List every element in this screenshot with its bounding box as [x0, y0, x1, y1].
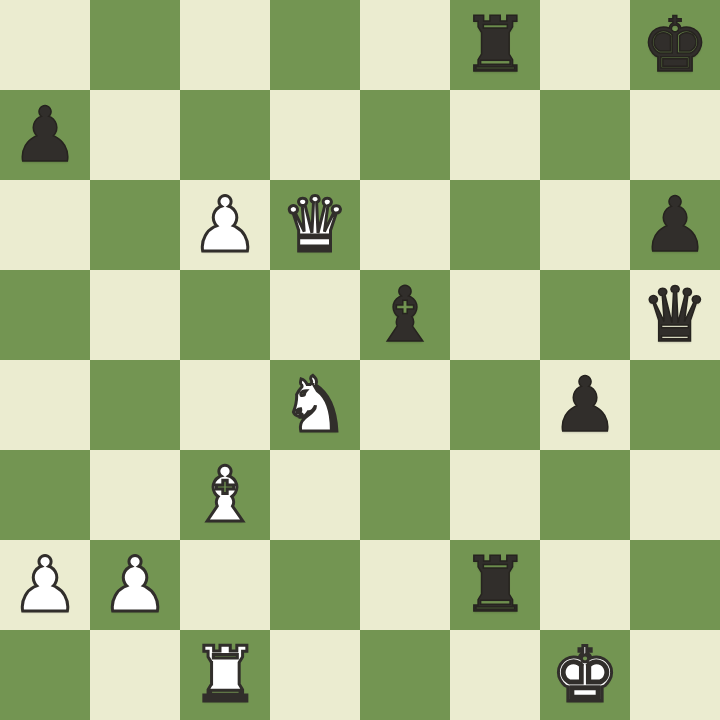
piece-white-pawn-b2[interactable]: ♟ — [101, 540, 169, 630]
square-c8[interactable] — [180, 0, 270, 90]
chess-board: ♜♚♟♟♛♟♝♛♞♟♝♟♟♜♜♚ — [0, 0, 720, 720]
square-h7[interactable] — [630, 90, 720, 180]
square-d2[interactable] — [270, 540, 360, 630]
square-a7[interactable]: ♟ — [0, 90, 90, 180]
square-d6[interactable]: ♛ — [270, 180, 360, 270]
square-e4[interactable] — [360, 360, 450, 450]
piece-black-pawn-h6[interactable]: ♟ — [641, 180, 709, 270]
square-g4[interactable]: ♟ — [540, 360, 630, 450]
square-c7[interactable] — [180, 90, 270, 180]
square-d3[interactable] — [270, 450, 360, 540]
square-f1[interactable] — [450, 630, 540, 720]
square-e7[interactable] — [360, 90, 450, 180]
square-g2[interactable] — [540, 540, 630, 630]
square-g1[interactable]: ♚ — [540, 630, 630, 720]
square-e3[interactable] — [360, 450, 450, 540]
square-h8[interactable]: ♚ — [630, 0, 720, 90]
square-e5[interactable]: ♝ — [360, 270, 450, 360]
square-g8[interactable] — [540, 0, 630, 90]
square-c3[interactable]: ♝ — [180, 450, 270, 540]
square-b3[interactable] — [90, 450, 180, 540]
square-d5[interactable] — [270, 270, 360, 360]
square-a3[interactable] — [0, 450, 90, 540]
square-f5[interactable] — [450, 270, 540, 360]
square-c4[interactable] — [180, 360, 270, 450]
square-b7[interactable] — [90, 90, 180, 180]
square-e8[interactable] — [360, 0, 450, 90]
square-a8[interactable] — [0, 0, 90, 90]
square-c6[interactable]: ♟ — [180, 180, 270, 270]
square-d7[interactable] — [270, 90, 360, 180]
piece-white-rook-c1[interactable]: ♜ — [191, 630, 259, 720]
square-e6[interactable] — [360, 180, 450, 270]
square-h3[interactable] — [630, 450, 720, 540]
square-a6[interactable] — [0, 180, 90, 270]
piece-white-bishop-c3[interactable]: ♝ — [191, 450, 259, 540]
square-c2[interactable] — [180, 540, 270, 630]
square-c1[interactable]: ♜ — [180, 630, 270, 720]
square-a1[interactable] — [0, 630, 90, 720]
square-g3[interactable] — [540, 450, 630, 540]
square-h5[interactable]: ♛ — [630, 270, 720, 360]
piece-white-king-g1[interactable]: ♚ — [551, 630, 619, 720]
chess-board-wrapper: ♜♚♟♟♛♟♝♛♞♟♝♟♟♜♜♚ — [0, 0, 720, 720]
piece-black-rook-f2[interactable]: ♜ — [461, 540, 529, 630]
square-b1[interactable] — [90, 630, 180, 720]
piece-white-queen-d6[interactable]: ♛ — [281, 180, 349, 270]
square-a5[interactable] — [0, 270, 90, 360]
square-b2[interactable]: ♟ — [90, 540, 180, 630]
square-b6[interactable] — [90, 180, 180, 270]
piece-black-queen-h5[interactable]: ♛ — [641, 270, 709, 360]
square-d4[interactable]: ♞ — [270, 360, 360, 450]
piece-white-pawn-c6[interactable]: ♟ — [191, 180, 259, 270]
square-h1[interactable] — [630, 630, 720, 720]
square-d1[interactable] — [270, 630, 360, 720]
square-f7[interactable] — [450, 90, 540, 180]
square-g7[interactable] — [540, 90, 630, 180]
square-f4[interactable] — [450, 360, 540, 450]
piece-black-pawn-a7[interactable]: ♟ — [11, 90, 79, 180]
square-a2[interactable]: ♟ — [0, 540, 90, 630]
square-g5[interactable] — [540, 270, 630, 360]
piece-black-rook-f8[interactable]: ♜ — [461, 0, 529, 90]
square-c5[interactable] — [180, 270, 270, 360]
square-h2[interactable] — [630, 540, 720, 630]
square-a4[interactable] — [0, 360, 90, 450]
piece-white-pawn-a2[interactable]: ♟ — [11, 540, 79, 630]
piece-white-knight-d4[interactable]: ♞ — [281, 360, 349, 450]
square-b4[interactable] — [90, 360, 180, 450]
square-f2[interactable]: ♜ — [450, 540, 540, 630]
piece-black-pawn-g4[interactable]: ♟ — [551, 360, 619, 450]
square-e2[interactable] — [360, 540, 450, 630]
square-f3[interactable] — [450, 450, 540, 540]
square-h6[interactable]: ♟ — [630, 180, 720, 270]
square-b8[interactable] — [90, 0, 180, 90]
square-d8[interactable] — [270, 0, 360, 90]
square-f8[interactable]: ♜ — [450, 0, 540, 90]
square-g6[interactable] — [540, 180, 630, 270]
piece-black-bishop-e5[interactable]: ♝ — [371, 270, 439, 360]
square-b5[interactable] — [90, 270, 180, 360]
square-h4[interactable] — [630, 360, 720, 450]
piece-black-king-h8[interactable]: ♚ — [641, 0, 709, 90]
square-f6[interactable] — [450, 180, 540, 270]
square-e1[interactable] — [360, 630, 450, 720]
